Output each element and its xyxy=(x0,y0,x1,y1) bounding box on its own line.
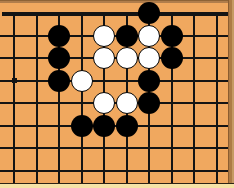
intersection[interactable] xyxy=(138,160,161,183)
stone-layer xyxy=(3,2,228,182)
intersection[interactable] xyxy=(26,2,49,25)
intersection[interactable] xyxy=(71,2,94,25)
black-stone xyxy=(138,2,160,24)
intersection[interactable] xyxy=(93,137,116,160)
black-stone xyxy=(71,115,93,137)
white-stone xyxy=(93,92,115,114)
intersection xyxy=(116,92,139,115)
intersection[interactable] xyxy=(183,70,206,93)
intersection[interactable] xyxy=(183,25,206,48)
intersection[interactable] xyxy=(116,160,139,183)
intersection[interactable] xyxy=(206,70,229,93)
intersection[interactable] xyxy=(48,115,71,138)
white-stone xyxy=(116,47,138,69)
intersection[interactable] xyxy=(183,115,206,138)
white-stone xyxy=(93,47,115,69)
intersection xyxy=(116,25,139,48)
intersection[interactable] xyxy=(3,137,26,160)
intersection xyxy=(138,2,161,25)
intersection xyxy=(93,47,116,70)
intersection[interactable] xyxy=(3,70,26,93)
intersection[interactable] xyxy=(183,92,206,115)
intersection[interactable] xyxy=(161,2,184,25)
intersection xyxy=(138,92,161,115)
intersection[interactable] xyxy=(138,137,161,160)
intersection xyxy=(138,25,161,48)
intersection[interactable] xyxy=(71,160,94,183)
intersection[interactable] xyxy=(161,137,184,160)
intersection xyxy=(93,92,116,115)
star-point xyxy=(12,78,17,83)
intersection[interactable] xyxy=(3,92,26,115)
intersection xyxy=(71,70,94,93)
intersection[interactable] xyxy=(3,2,26,25)
white-stone xyxy=(138,25,160,47)
intersection[interactable] xyxy=(48,2,71,25)
intersection xyxy=(138,47,161,70)
intersection xyxy=(93,25,116,48)
intersection[interactable] xyxy=(26,137,49,160)
intersection[interactable] xyxy=(206,2,229,25)
intersection xyxy=(93,115,116,138)
intersection[interactable] xyxy=(183,137,206,160)
black-stone xyxy=(48,47,70,69)
intersection[interactable] xyxy=(161,115,184,138)
intersection[interactable] xyxy=(206,47,229,70)
frame-bottom-strip xyxy=(0,183,234,188)
intersection xyxy=(48,25,71,48)
intersection[interactable] xyxy=(71,25,94,48)
intersection[interactable] xyxy=(26,47,49,70)
intersection xyxy=(48,47,71,70)
intersection[interactable] xyxy=(3,47,26,70)
black-stone xyxy=(116,25,138,47)
intersection[interactable] xyxy=(116,2,139,25)
intersection[interactable] xyxy=(3,25,26,48)
go-board-diagram[interactable] xyxy=(0,0,234,188)
intersection xyxy=(116,47,139,70)
black-stone xyxy=(138,92,160,114)
black-stone xyxy=(48,70,70,92)
intersection[interactable] xyxy=(116,137,139,160)
intersection[interactable] xyxy=(206,25,229,48)
intersection[interactable] xyxy=(26,70,49,93)
intersection[interactable] xyxy=(26,115,49,138)
intersection[interactable] xyxy=(3,115,26,138)
intersection[interactable] xyxy=(206,137,229,160)
intersection[interactable] xyxy=(116,70,139,93)
white-stone xyxy=(138,47,160,69)
intersection[interactable] xyxy=(206,92,229,115)
intersection[interactable] xyxy=(206,115,229,138)
white-stone xyxy=(93,25,115,47)
black-stone xyxy=(93,115,115,137)
black-stone xyxy=(48,25,70,47)
white-stone xyxy=(71,70,93,92)
intersection[interactable] xyxy=(26,25,49,48)
intersection[interactable] xyxy=(3,160,26,183)
intersection[interactable] xyxy=(93,70,116,93)
intersection xyxy=(161,47,184,70)
intersection[interactable] xyxy=(93,160,116,183)
intersection[interactable] xyxy=(48,137,71,160)
white-stone xyxy=(116,92,138,114)
intersection[interactable] xyxy=(183,2,206,25)
intersection[interactable] xyxy=(183,160,206,183)
intersection[interactable] xyxy=(48,92,71,115)
intersection xyxy=(138,70,161,93)
intersection xyxy=(161,25,184,48)
intersection[interactable] xyxy=(161,70,184,93)
intersection[interactable] xyxy=(71,137,94,160)
intersection[interactable] xyxy=(71,47,94,70)
black-stone xyxy=(116,115,138,137)
intersection[interactable] xyxy=(206,160,229,183)
black-stone xyxy=(138,70,160,92)
intersection[interactable] xyxy=(71,92,94,115)
intersection[interactable] xyxy=(183,47,206,70)
black-stone xyxy=(161,47,183,69)
intersection[interactable] xyxy=(26,160,49,183)
intersection[interactable] xyxy=(161,92,184,115)
intersection[interactable] xyxy=(48,160,71,183)
intersection[interactable] xyxy=(138,115,161,138)
intersection[interactable] xyxy=(161,160,184,183)
intersection[interactable] xyxy=(93,2,116,25)
intersection[interactable] xyxy=(26,92,49,115)
intersection xyxy=(116,115,139,138)
black-stone xyxy=(161,25,183,47)
intersection xyxy=(48,70,71,93)
intersection xyxy=(71,115,94,138)
frame-right-strip xyxy=(228,0,234,188)
